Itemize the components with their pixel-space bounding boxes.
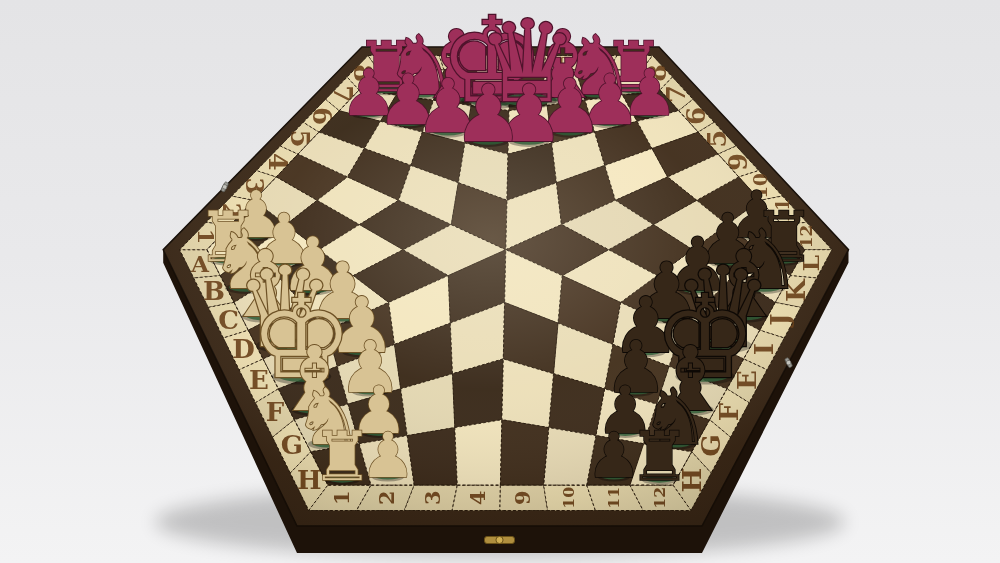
svg-text:♜: ♜ [629, 417, 690, 496]
black-rook[interactable]: ♜ [629, 417, 690, 496]
white-rook[interactable]: ♜ [312, 417, 373, 496]
svg-text:♟: ♟ [453, 68, 524, 160]
brass-clasp-icon [485, 536, 515, 543]
photo-scene: three-player chess (hexagonal 96-square … [0, 0, 1000, 563]
three-player-chess-board: ABCDEFGH12345678ABCDIJKL87659101112LKJIE… [0, 0, 1000, 563]
red-pawn[interactable]: ♟ [453, 68, 524, 160]
svg-text:♜: ♜ [312, 417, 373, 496]
